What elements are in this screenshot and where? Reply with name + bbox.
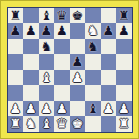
square-a6[interactable] — [8, 39, 24, 55]
black-pawn-c7: ♟ — [40, 23, 52, 39]
square-a2[interactable]: ♟ — [8, 101, 24, 117]
white-pawn-b2: ♟ — [25, 101, 37, 117]
square-h8[interactable]: ♜ — [116, 8, 132, 24]
white-king-e1: ♚ — [71, 116, 83, 132]
square-b7[interactable]: ♟ — [23, 23, 39, 39]
square-b1[interactable]: ♞ — [23, 116, 39, 132]
square-f1[interactable] — [85, 116, 101, 132]
white-knight-f7: ♞ — [87, 23, 99, 39]
white-knight-b1: ♞ — [25, 116, 37, 132]
white-pawn-h2: ♟ — [118, 101, 130, 117]
square-f3[interactable] — [85, 85, 101, 101]
square-d2[interactable]: ♟ — [54, 101, 70, 117]
white-pawn-d2: ♟ — [56, 101, 68, 117]
square-a7[interactable]: ♟ — [8, 23, 24, 39]
square-a3[interactable] — [8, 85, 24, 101]
black-queen-d8: ♛ — [56, 8, 68, 24]
black-pawn-e5: ♟ — [71, 54, 83, 70]
square-b5[interactable] — [23, 54, 39, 70]
black-king-e8: ♚ — [71, 8, 83, 24]
square-b2[interactable]: ♟ — [23, 101, 39, 117]
square-d5[interactable] — [54, 54, 70, 70]
board-frame: ♜♝♛♚♜♟♟♟♟♞♟♟♞♞♟♝♟♟♟♟♟♝♟♟♜♞♝♛♚♜ — [0, 0, 139, 139]
white-rook-a1: ♜ — [9, 116, 21, 132]
white-queen-d1: ♛ — [56, 116, 68, 132]
square-a8[interactable]: ♜ — [8, 8, 24, 24]
square-g8[interactable] — [101, 8, 117, 24]
black-pawn-g7: ♟ — [102, 23, 114, 39]
square-c2[interactable]: ♟ — [39, 101, 55, 117]
white-pawn-a2: ♟ — [9, 101, 21, 117]
square-c5[interactable] — [39, 54, 55, 70]
square-h5[interactable] — [116, 54, 132, 70]
black-pawn-h7: ♟ — [118, 23, 130, 39]
square-e3[interactable] — [70, 85, 86, 101]
square-d1[interactable]: ♛ — [54, 116, 70, 132]
square-g5[interactable] — [101, 54, 117, 70]
square-a1[interactable]: ♜ — [8, 116, 24, 132]
white-rook-h1: ♜ — [118, 116, 130, 132]
black-pawn-b7: ♟ — [25, 23, 37, 39]
square-g1[interactable] — [101, 116, 117, 132]
black-bishop-c8: ♝ — [40, 8, 52, 24]
white-pawn-c2: ♟ — [40, 101, 52, 117]
square-h6[interactable] — [116, 39, 132, 55]
square-b6[interactable] — [23, 39, 39, 55]
white-pawn-g2: ♟ — [102, 101, 114, 117]
square-a4[interactable] — [8, 70, 24, 86]
square-d8[interactable]: ♛ — [54, 8, 70, 24]
black-pawn-d7: ♟ — [56, 23, 68, 39]
square-f4[interactable] — [85, 70, 101, 86]
square-e1[interactable]: ♚ — [70, 116, 86, 132]
square-c8[interactable]: ♝ — [39, 8, 55, 24]
square-e7[interactable] — [70, 23, 86, 39]
square-g4[interactable] — [101, 70, 117, 86]
square-h1[interactable]: ♜ — [116, 116, 132, 132]
square-f2[interactable]: ♝ — [85, 101, 101, 117]
square-f5[interactable] — [85, 54, 101, 70]
square-f7[interactable]: ♞ — [85, 23, 101, 39]
square-h4[interactable] — [116, 70, 132, 86]
square-c7[interactable]: ♟ — [39, 23, 55, 39]
square-h3[interactable] — [116, 85, 132, 101]
square-g6[interactable] — [101, 39, 117, 55]
square-b4[interactable] — [23, 70, 39, 86]
square-h7[interactable]: ♟ — [116, 23, 132, 39]
square-e5[interactable]: ♟ — [70, 54, 86, 70]
square-e2[interactable] — [70, 101, 86, 117]
square-e8[interactable]: ♚ — [70, 8, 86, 24]
square-c1[interactable]: ♝ — [39, 116, 55, 132]
square-d3[interactable] — [54, 85, 70, 101]
square-b3[interactable] — [23, 85, 39, 101]
square-e4[interactable]: ♟ — [70, 70, 86, 86]
square-h2[interactable]: ♟ — [116, 101, 132, 117]
square-g7[interactable]: ♟ — [101, 23, 117, 39]
square-c3[interactable] — [39, 85, 55, 101]
square-d4[interactable] — [54, 70, 70, 86]
square-f6[interactable]: ♞ — [85, 39, 101, 55]
black-knight-f6: ♞ — [87, 39, 99, 55]
black-rook-a8: ♜ — [9, 8, 21, 24]
square-e6[interactable] — [70, 39, 86, 55]
square-f8[interactable] — [85, 8, 101, 24]
square-d7[interactable]: ♟ — [54, 23, 70, 39]
square-b8[interactable] — [23, 8, 39, 24]
chess-board: ♜♝♛♚♜♟♟♟♟♞♟♟♞♞♟♝♟♟♟♟♟♝♟♟♜♞♝♛♚♜ — [7, 7, 133, 133]
white-pawn-e4: ♟ — [71, 70, 83, 86]
white-bishop-c1: ♝ — [40, 116, 52, 132]
square-g3[interactable] — [101, 85, 117, 101]
black-rook-h8: ♜ — [118, 8, 130, 24]
black-knight-c6: ♞ — [40, 39, 52, 55]
square-c4[interactable]: ♝ — [39, 70, 55, 86]
white-bishop-c4: ♝ — [40, 70, 52, 86]
square-c6[interactable]: ♞ — [39, 39, 55, 55]
black-bishop-f2: ♝ — [87, 101, 99, 117]
square-d6[interactable] — [54, 39, 70, 55]
black-pawn-a7: ♟ — [9, 23, 21, 39]
square-g2[interactable]: ♟ — [101, 101, 117, 117]
square-a5[interactable] — [8, 54, 24, 70]
